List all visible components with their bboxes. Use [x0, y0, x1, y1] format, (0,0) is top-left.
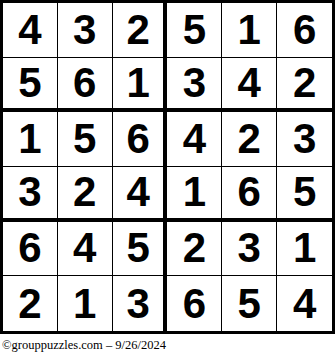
- cell-r2c6: 2: [277, 58, 332, 113]
- cell-r5c5: 3: [222, 222, 277, 277]
- cell-r6c3: 3: [113, 276, 168, 331]
- cell-r2c4: 3: [167, 58, 222, 113]
- cell-r3c5: 2: [222, 112, 277, 167]
- copyright-footer: ©grouppuzzles.com – 9/26/2024: [2, 338, 166, 353]
- cell-r1c4: 5: [167, 3, 222, 58]
- cell-r6c5: 5: [222, 276, 277, 331]
- cell-r3c3: 6: [113, 112, 168, 167]
- cell-r6c1: 2: [3, 276, 58, 331]
- cell-r3c2: 5: [58, 112, 113, 167]
- cell-r1c3: 2: [113, 3, 168, 58]
- cell-r4c4: 1: [167, 167, 222, 222]
- cell-r4c5: 6: [222, 167, 277, 222]
- cell-r1c1: 4: [3, 3, 58, 58]
- puzzle-page: 432516561342156423324165645231213654 ©gr…: [0, 0, 335, 357]
- cell-r6c2: 1: [58, 276, 113, 331]
- cell-r4c2: 2: [58, 167, 113, 222]
- cell-r3c1: 1: [3, 112, 58, 167]
- cell-r4c1: 3: [3, 167, 58, 222]
- cell-r5c3: 5: [113, 222, 168, 277]
- cell-r2c2: 6: [58, 58, 113, 113]
- cell-r2c5: 4: [222, 58, 277, 113]
- cell-r1c6: 6: [277, 3, 332, 58]
- cell-r3c4: 4: [167, 112, 222, 167]
- cell-r2c3: 1: [113, 58, 168, 113]
- cell-r4c3: 4: [113, 167, 168, 222]
- cell-r5c2: 4: [58, 222, 113, 277]
- sudoku-grid: 432516561342156423324165645231213654: [0, 0, 335, 334]
- cell-r3c6: 3: [277, 112, 332, 167]
- cell-r1c5: 1: [222, 3, 277, 58]
- cell-r6c6: 4: [277, 276, 332, 331]
- cell-r1c2: 3: [58, 3, 113, 58]
- cell-r5c1: 6: [3, 222, 58, 277]
- cell-r5c4: 2: [167, 222, 222, 277]
- cell-r4c6: 5: [277, 167, 332, 222]
- cell-r2c1: 5: [3, 58, 58, 113]
- cell-r5c6: 1: [277, 222, 332, 277]
- cell-r6c4: 6: [167, 276, 222, 331]
